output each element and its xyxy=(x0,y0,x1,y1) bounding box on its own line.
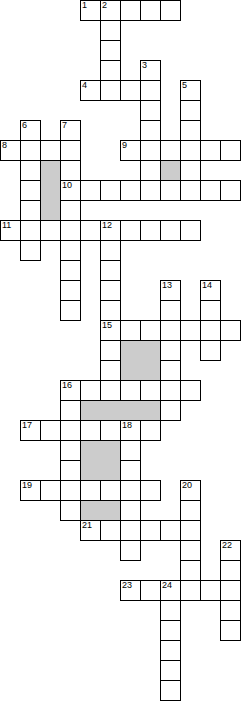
grid-cell[interactable] xyxy=(200,300,221,321)
grid-cell[interactable] xyxy=(200,340,221,361)
grid-cell[interactable] xyxy=(20,160,41,181)
grid-cell[interactable] xyxy=(200,140,221,161)
grid-cell[interactable] xyxy=(140,160,161,181)
grid-cell[interactable] xyxy=(20,120,41,141)
grid-cell[interactable] xyxy=(220,600,241,621)
grid-cell[interactable] xyxy=(60,440,81,461)
grid-cell[interactable] xyxy=(80,80,101,101)
grid-cell[interactable] xyxy=(100,180,121,201)
grid-cell[interactable] xyxy=(180,560,201,581)
grid-cell[interactable] xyxy=(80,420,101,441)
grid-cell[interactable] xyxy=(40,480,61,501)
grid-cell[interactable] xyxy=(180,100,201,121)
grid-cell[interactable] xyxy=(60,200,81,221)
grid-cell[interactable] xyxy=(140,80,161,101)
grid-cell[interactable] xyxy=(20,240,41,261)
grid-cell[interactable] xyxy=(80,520,101,541)
grid-cell[interactable] xyxy=(180,80,201,101)
grid-cell[interactable] xyxy=(140,140,161,161)
grid-cell[interactable] xyxy=(180,480,201,501)
grid-cell[interactable] xyxy=(160,400,181,421)
grid-cell[interactable] xyxy=(220,560,241,581)
grid-cell[interactable] xyxy=(20,140,41,161)
grid-cell[interactable] xyxy=(180,160,201,181)
grid-cell[interactable] xyxy=(140,520,161,541)
grid-cell[interactable] xyxy=(160,580,181,601)
grid-cell[interactable] xyxy=(80,480,101,501)
grid-cell[interactable] xyxy=(180,540,201,561)
grid-cell[interactable] xyxy=(120,540,141,561)
grid-cell[interactable] xyxy=(0,220,21,241)
grid-cell[interactable] xyxy=(20,200,41,221)
grid-cell[interactable] xyxy=(160,520,181,541)
grid-cell[interactable] xyxy=(120,520,141,541)
grid-cell[interactable] xyxy=(220,140,241,161)
grid-cell[interactable] xyxy=(100,320,121,341)
grid-cell[interactable] xyxy=(60,380,81,401)
grid-cell[interactable] xyxy=(60,400,81,421)
grid-cell[interactable] xyxy=(140,180,161,201)
grid-cell[interactable] xyxy=(100,40,121,61)
crossword-board: 123456789101112131415161718192021222324 xyxy=(0,0,241,701)
grid-cell[interactable] xyxy=(160,0,181,21)
grid-cell[interactable] xyxy=(160,280,181,301)
grid-cell[interactable] xyxy=(140,420,161,441)
shaded-block xyxy=(80,400,161,421)
grid-cell[interactable] xyxy=(80,0,101,21)
grid-cell[interactable] xyxy=(120,440,141,461)
grid-cell[interactable] xyxy=(60,300,81,321)
grid-cell[interactable] xyxy=(20,480,41,501)
grid-cell[interactable] xyxy=(60,500,81,521)
grid-cell[interactable] xyxy=(120,380,141,401)
grid-cell[interactable] xyxy=(180,220,201,241)
grid-cell[interactable] xyxy=(60,180,81,201)
grid-cell[interactable] xyxy=(120,500,141,521)
grid-cell[interactable] xyxy=(160,380,181,401)
grid-cell[interactable] xyxy=(160,360,181,381)
grid-cell[interactable] xyxy=(160,620,181,641)
grid-cell[interactable] xyxy=(120,420,141,441)
grid-cell[interactable] xyxy=(220,180,241,201)
grid-cell[interactable] xyxy=(100,20,121,41)
grid-cell[interactable] xyxy=(120,140,141,161)
grid-cell[interactable] xyxy=(220,580,241,601)
grid-cell[interactable] xyxy=(60,420,81,441)
grid-cell[interactable] xyxy=(100,300,121,321)
grid-cell[interactable] xyxy=(100,80,121,101)
grid-cell[interactable] xyxy=(100,240,121,261)
grid-cell[interactable] xyxy=(180,380,201,401)
grid-cell[interactable] xyxy=(100,60,121,81)
grid-cell[interactable] xyxy=(140,320,161,341)
shaded-block xyxy=(40,160,61,221)
grid-cell[interactable] xyxy=(180,140,201,161)
grid-cell[interactable] xyxy=(200,180,221,201)
grid-cell[interactable] xyxy=(80,380,101,401)
grid-cell[interactable] xyxy=(100,380,121,401)
grid-cell[interactable] xyxy=(100,360,121,381)
grid-cell[interactable] xyxy=(140,580,161,601)
grid-cell[interactable] xyxy=(100,520,121,541)
grid-cell[interactable] xyxy=(120,220,141,241)
grid-cell[interactable] xyxy=(180,500,201,521)
grid-cell[interactable] xyxy=(100,480,121,501)
grid-cell[interactable] xyxy=(160,300,181,321)
grid-cell[interactable] xyxy=(60,240,81,261)
grid-cell[interactable] xyxy=(120,480,141,501)
grid-cell[interactable] xyxy=(20,220,41,241)
grid-cell[interactable] xyxy=(40,140,61,161)
grid-cell[interactable] xyxy=(120,460,141,481)
grid-cell[interactable] xyxy=(160,600,181,621)
grid-cell[interactable] xyxy=(160,180,181,201)
grid-cell[interactable] xyxy=(100,280,121,301)
grid-cell[interactable] xyxy=(180,520,201,541)
grid-cell[interactable] xyxy=(140,120,161,141)
grid-cell[interactable] xyxy=(100,220,121,241)
grid-cell[interactable] xyxy=(160,220,181,241)
grid-cell[interactable] xyxy=(120,180,141,201)
grid-cell[interactable] xyxy=(160,340,181,361)
grid-cell[interactable] xyxy=(180,580,201,601)
grid-cell[interactable] xyxy=(200,580,221,601)
grid-cell[interactable] xyxy=(140,100,161,121)
grid-cell[interactable] xyxy=(100,340,121,361)
grid-cell[interactable] xyxy=(40,420,61,441)
grid-cell[interactable] xyxy=(100,260,121,281)
grid-cell[interactable] xyxy=(140,480,161,501)
grid-cell[interactable] xyxy=(180,320,201,341)
grid-cell[interactable] xyxy=(60,460,81,481)
grid-cell[interactable] xyxy=(140,380,161,401)
grid-cell[interactable] xyxy=(220,320,241,341)
grid-cell[interactable] xyxy=(140,220,161,241)
grid-cell[interactable] xyxy=(60,160,81,181)
grid-cell[interactable] xyxy=(160,680,181,701)
grid-cell[interactable] xyxy=(160,140,181,161)
grid-cell[interactable] xyxy=(140,60,161,81)
grid-cell[interactable] xyxy=(80,180,101,201)
grid-cell[interactable] xyxy=(180,120,201,141)
grid-cell[interactable] xyxy=(220,540,241,561)
grid-cell[interactable] xyxy=(60,140,81,161)
grid-cell[interactable] xyxy=(140,0,161,21)
grid-cell[interactable] xyxy=(80,220,101,241)
grid-cell[interactable] xyxy=(120,80,141,101)
grid-cell[interactable] xyxy=(120,0,141,21)
grid-cell[interactable] xyxy=(120,580,141,601)
grid-cell[interactable] xyxy=(160,320,181,341)
shaded-block xyxy=(120,340,161,381)
grid-cell[interactable] xyxy=(220,620,241,641)
grid-cell[interactable] xyxy=(60,480,81,501)
shaded-block xyxy=(160,160,181,181)
grid-cell[interactable] xyxy=(160,660,181,681)
shaded-block xyxy=(80,440,121,481)
shaded-block xyxy=(80,500,121,521)
grid-cell[interactable] xyxy=(60,120,81,141)
grid-cell[interactable] xyxy=(60,280,81,301)
grid-cell[interactable] xyxy=(120,320,141,341)
grid-cell[interactable] xyxy=(200,320,221,341)
grid-cell[interactable] xyxy=(40,220,61,241)
grid-cell[interactable] xyxy=(60,260,81,281)
grid-cell[interactable] xyxy=(160,640,181,661)
grid-cell[interactable] xyxy=(100,420,121,441)
grid-cell[interactable] xyxy=(20,420,41,441)
grid-cell[interactable] xyxy=(20,180,41,201)
grid-cell[interactable] xyxy=(0,140,21,161)
grid-cell[interactable] xyxy=(200,280,221,301)
grid-cell[interactable] xyxy=(180,180,201,201)
grid-cell[interactable] xyxy=(100,0,121,21)
grid-cell[interactable] xyxy=(60,220,81,241)
